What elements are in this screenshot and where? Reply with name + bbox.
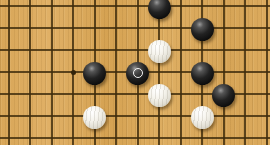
last-move-marker: [133, 68, 143, 78]
star-point: [71, 70, 76, 75]
black-stone: [191, 62, 214, 85]
go-board[interactable]: [0, 0, 270, 145]
white-stone: [148, 84, 171, 107]
black-stone: [191, 18, 214, 41]
grid-line-horizontal: [0, 137, 270, 139]
white-stone: [148, 40, 171, 63]
grid-line-horizontal: [0, 5, 270, 7]
black-stone: [148, 0, 171, 19]
white-stone: [191, 106, 214, 129]
black-stone: [83, 62, 106, 85]
white-stone: [83, 106, 106, 129]
grid-line-horizontal: [0, 49, 270, 51]
grid-line-horizontal: [0, 115, 270, 117]
black-stone: [212, 84, 235, 107]
grid-line-horizontal: [0, 27, 270, 29]
